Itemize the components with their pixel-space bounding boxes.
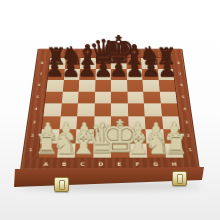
cell-g6: [143, 79, 160, 91]
cell-g4: [144, 103, 162, 116]
rank-label-left-4: 4: [30, 107, 43, 111]
cell-f5: [127, 91, 144, 103]
cell-b6: [62, 79, 79, 91]
brass-latch-right-icon: [172, 171, 187, 186]
rank-label-left-6: 6: [33, 83, 46, 87]
cell-a6: [45, 79, 62, 91]
cell-e5: [111, 91, 128, 103]
cell-c4: [77, 103, 94, 116]
cell-c5: [77, 91, 94, 103]
cell-h6: [159, 79, 176, 91]
file-label-c: C: [73, 161, 92, 167]
file-label-d: D: [92, 161, 110, 167]
cell-b4: [60, 103, 78, 116]
cell-f6: [127, 79, 144, 91]
chess-set-photo: ABCDEFGH8877665544332211 ♜♞♝♛♚♝♞♜♟♟♟♟♟♟♟…: [0, 0, 220, 220]
piece-white-rook: ♜: [163, 131, 188, 158]
cell-h4: [161, 103, 179, 116]
cell-h5: [160, 91, 178, 103]
cell-h7: ♟: [158, 68, 175, 79]
rank-label-right-6: 6: [175, 83, 188, 87]
cell-b5: [61, 91, 78, 103]
rank-label-right-4: 4: [178, 107, 191, 111]
cell-f7: ♟: [126, 68, 142, 79]
brass-latch-left-icon: [54, 177, 69, 192]
file-label-g: G: [146, 161, 165, 167]
chess-board: ABCDEFGH8877665544332211 ♜♞♝♛♚♝♞♜♟♟♟♟♟♟♟…: [20, 49, 200, 170]
cell-e6: [111, 79, 127, 91]
file-label-h: H: [165, 161, 184, 167]
cell-c6: [78, 79, 95, 91]
piece-layer: ♜♞♝♛♚♝♞♜♟♟♟♟♟♟♟♟♟♟♟♟♟♟♟♟♜♞♝♛♚♝♞♜: [37, 58, 184, 159]
file-label-a: A: [36, 161, 55, 167]
cell-d6: [95, 79, 111, 91]
rank-label-left-5: 5: [31, 95, 44, 99]
piece-black-pawn: ♟: [157, 58, 176, 79]
latch-knob: [177, 174, 183, 184]
file-label-e: E: [110, 161, 128, 167]
cell-g7: ♟: [142, 68, 159, 79]
file-label-b: B: [55, 161, 74, 167]
file-label-f: F: [128, 161, 147, 167]
rank-label-right-5: 5: [177, 95, 190, 99]
cell-g5: [144, 91, 161, 103]
cell-d5: [94, 91, 111, 103]
cell-a4: [42, 103, 60, 116]
cell-a5: [44, 91, 62, 103]
cell-h1: ♜: [165, 144, 185, 159]
latch-knob: [59, 180, 65, 190]
board-frame: ABCDEFGH8877665544332211 ♜♞♝♛♚♝♞♜♟♟♟♟♟♟♟…: [20, 49, 200, 170]
